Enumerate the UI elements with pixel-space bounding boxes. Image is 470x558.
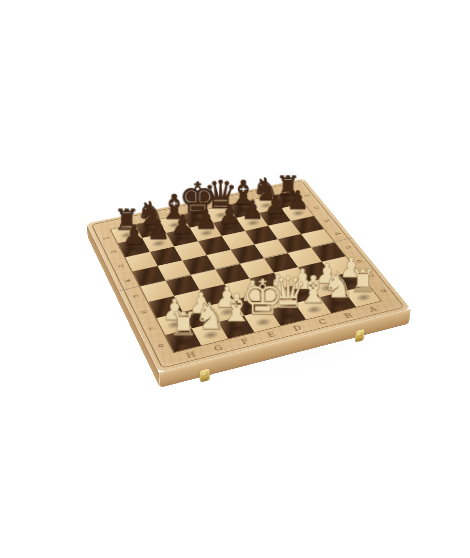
rank-label: 5 bbox=[120, 289, 150, 304]
brass-clasp-right bbox=[354, 329, 364, 343]
scene: ♜♞♝♚♛♝♞♜♟♟♟♟♟♟♟♟♟♟♟♟♟♟♟♟♜♞♝♚♛♝♞♜ HGFEDCB… bbox=[0, 0, 470, 558]
brass-clasp-left bbox=[199, 369, 209, 383]
product-photo-canvas: ♜♞♝♚♛♝♞♜♟♟♟♟♟♟♟♟♟♟♟♟♟♟♟♟♜♞♝♚♛♝♞♜ HGFEDCB… bbox=[0, 0, 470, 558]
piece-white-rook: ♜ bbox=[155, 308, 212, 341]
folding-chessboard: ♜♞♝♚♛♝♞♜♟♟♟♟♟♟♟♟♟♟♟♟♟♟♟♟♜♞♝♚♛♝♞♜ HGFEDCB… bbox=[86, 178, 410, 372]
board-top-surface: ♜♞♝♚♛♝♞♜♟♟♟♟♟♟♟♟♟♟♟♟♟♟♟♟♜♞♝♚♛♝♞♜ HGFEDCB… bbox=[86, 178, 410, 372]
rank-label: 3 bbox=[313, 214, 341, 226]
piece-black-pawn: ♟ bbox=[109, 222, 160, 248]
rank-label: 3 bbox=[105, 259, 134, 273]
